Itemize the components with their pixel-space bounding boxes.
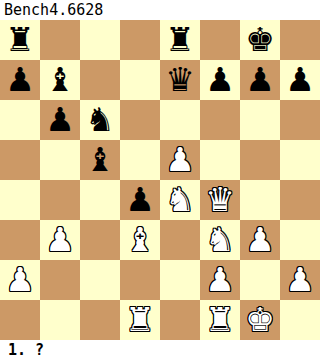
header: Bench4.6628 [0,0,320,20]
square-a6[interactable] [0,100,40,140]
white-bishop: ♝ [125,220,155,260]
square-d4[interactable]: ♟ [120,180,160,220]
black-rook: ♜ [5,20,35,60]
white-knight: ♞ [165,180,195,220]
square-e7[interactable]: ♛ [160,60,200,100]
square-g3[interactable]: ♟ [240,220,280,260]
chess-board: ♜♜♚♟♝♛♟♟♟♟♞♝♟♟♞♛♟♝♞♟♟♟♟♜♜♚ [0,20,320,340]
square-b2[interactable] [40,260,80,300]
square-d5[interactable] [120,140,160,180]
square-e8[interactable]: ♜ [160,20,200,60]
square-d3[interactable]: ♝ [120,220,160,260]
move-prompt: 1. ? [0,341,44,359]
white-queen: ♛ [205,180,235,220]
square-g5[interactable] [240,140,280,180]
square-b5[interactable] [40,140,80,180]
square-d2[interactable] [120,260,160,300]
square-d1[interactable]: ♜ [120,300,160,340]
white-king: ♚ [245,300,275,340]
white-knight: ♞ [205,220,235,260]
square-f3[interactable]: ♞ [200,220,240,260]
white-rook: ♜ [205,300,235,340]
white-pawn: ♟ [5,260,35,300]
square-g1[interactable]: ♚ [240,300,280,340]
square-b8[interactable] [40,20,80,60]
white-pawn: ♟ [285,260,315,300]
white-pawn: ♟ [205,260,235,300]
square-h2[interactable]: ♟ [280,260,320,300]
square-d6[interactable] [120,100,160,140]
square-f1[interactable]: ♜ [200,300,240,340]
square-c1[interactable] [80,300,120,340]
black-bishop: ♝ [85,140,115,180]
white-pawn: ♟ [245,220,275,260]
square-b3[interactable]: ♟ [40,220,80,260]
square-c4[interactable] [80,180,120,220]
square-c2[interactable] [80,260,120,300]
square-e2[interactable] [160,260,200,300]
black-king: ♚ [245,20,275,60]
square-e6[interactable] [160,100,200,140]
square-f2[interactable]: ♟ [200,260,240,300]
square-c5[interactable]: ♝ [80,140,120,180]
square-g4[interactable] [240,180,280,220]
square-a1[interactable] [0,300,40,340]
black-knight: ♞ [85,100,115,140]
white-pawn: ♟ [45,220,75,260]
square-f8[interactable] [200,20,240,60]
black-pawn: ♟ [45,100,75,140]
square-a7[interactable]: ♟ [0,60,40,100]
square-h7[interactable]: ♟ [280,60,320,100]
square-h5[interactable] [280,140,320,180]
black-rook: ♜ [165,20,195,60]
square-g6[interactable] [240,100,280,140]
square-a8[interactable]: ♜ [0,20,40,60]
square-e1[interactable] [160,300,200,340]
square-d7[interactable] [120,60,160,100]
square-e5[interactable]: ♟ [160,140,200,180]
square-h3[interactable] [280,220,320,260]
square-h4[interactable] [280,180,320,220]
square-a3[interactable] [0,220,40,260]
square-c3[interactable] [80,220,120,260]
square-b1[interactable] [40,300,80,340]
square-b6[interactable]: ♟ [40,100,80,140]
square-c7[interactable] [80,60,120,100]
square-c6[interactable]: ♞ [80,100,120,140]
square-a4[interactable] [0,180,40,220]
square-f5[interactable] [200,140,240,180]
square-b7[interactable]: ♝ [40,60,80,100]
footer: 1. ? [0,340,320,360]
square-f6[interactable] [200,100,240,140]
square-e3[interactable] [160,220,200,260]
square-f4[interactable]: ♛ [200,180,240,220]
white-pawn: ♟ [165,140,195,180]
black-pawn: ♟ [205,60,235,100]
square-h6[interactable] [280,100,320,140]
square-h1[interactable] [280,300,320,340]
square-f7[interactable]: ♟ [200,60,240,100]
square-h8[interactable] [280,20,320,60]
white-rook: ♜ [125,300,155,340]
square-a5[interactable] [0,140,40,180]
square-c8[interactable] [80,20,120,60]
black-pawn: ♟ [125,180,155,220]
square-d8[interactable] [120,20,160,60]
square-a2[interactable]: ♟ [0,260,40,300]
square-e4[interactable]: ♞ [160,180,200,220]
square-b4[interactable] [40,180,80,220]
black-pawn: ♟ [245,60,275,100]
square-g7[interactable]: ♟ [240,60,280,100]
black-queen: ♛ [165,60,195,100]
page-title: Bench4.6628 [0,0,103,20]
black-bishop: ♝ [45,60,75,100]
black-pawn: ♟ [285,60,315,100]
square-g2[interactable] [240,260,280,300]
square-g8[interactable]: ♚ [240,20,280,60]
black-pawn: ♟ [5,60,35,100]
